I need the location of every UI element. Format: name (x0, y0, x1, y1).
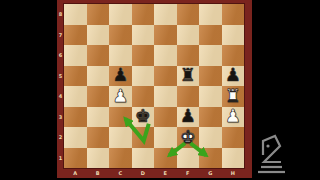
square-b1[interactable] (87, 148, 110, 169)
square-h3[interactable]: ♟ (222, 107, 245, 128)
piece-white-pawn[interactable]: ♟ (112, 87, 128, 105)
square-b8[interactable] (87, 4, 110, 25)
board-frame: ♟♜♟♟♜♚♟♟♚ 87654321 ABCDEFGH (57, 0, 252, 178)
square-a7[interactable] (64, 25, 87, 46)
square-d7[interactable] (132, 25, 155, 46)
piece-white-king[interactable]: ♚ (180, 128, 196, 146)
piece-black-king[interactable]: ♚ (135, 107, 151, 125)
rank-label-6: 6 (58, 53, 63, 58)
piece-black-pawn[interactable]: ♟ (180, 107, 196, 125)
square-g1[interactable] (199, 148, 222, 169)
square-e5[interactable] (154, 66, 177, 87)
square-e1[interactable] (154, 148, 177, 169)
rank-label-7: 7 (58, 33, 63, 38)
square-g6[interactable] (199, 45, 222, 66)
square-d6[interactable] (132, 45, 155, 66)
file-label-E: E (154, 171, 177, 176)
square-h1[interactable] (222, 148, 245, 169)
square-d2[interactable] (132, 127, 155, 148)
square-a3[interactable] (64, 107, 87, 128)
piece-black-rook[interactable]: ♜ (180, 66, 196, 84)
square-g5[interactable] (199, 66, 222, 87)
square-c1[interactable] (109, 148, 132, 169)
square-e3[interactable] (154, 107, 177, 128)
square-a8[interactable] (64, 4, 87, 25)
square-d4[interactable] (132, 86, 155, 107)
file-label-B: B (87, 171, 110, 176)
square-e4[interactable] (154, 86, 177, 107)
square-d5[interactable] (132, 66, 155, 87)
square-d3[interactable]: ♚ (132, 107, 155, 128)
square-b5[interactable] (87, 66, 110, 87)
square-c8[interactable] (109, 4, 132, 25)
rank-label-1: 1 (58, 156, 63, 161)
rank-label-5: 5 (58, 74, 63, 79)
square-f4[interactable] (177, 86, 200, 107)
file-label-A: A (64, 171, 87, 176)
square-h5[interactable]: ♟ (222, 66, 245, 87)
square-c3[interactable] (109, 107, 132, 128)
piece-white-pawn[interactable]: ♟ (225, 107, 241, 125)
square-c6[interactable] (109, 45, 132, 66)
square-g2[interactable] (199, 127, 222, 148)
file-label-C: C (109, 171, 132, 176)
piece-black-pawn[interactable]: ♟ (112, 66, 128, 84)
square-g8[interactable] (199, 4, 222, 25)
square-h4[interactable]: ♜ (222, 86, 245, 107)
square-a2[interactable] (64, 127, 87, 148)
square-g3[interactable] (199, 107, 222, 128)
square-f7[interactable] (177, 25, 200, 46)
file-label-D: D (132, 171, 155, 176)
square-f3[interactable]: ♟ (177, 107, 200, 128)
file-label-H: H (222, 171, 245, 176)
d2-monogram-logo (253, 131, 291, 179)
chess-board[interactable]: ♟♜♟♟♜♚♟♟♚ (64, 4, 244, 168)
square-e8[interactable] (154, 4, 177, 25)
square-f5[interactable]: ♜ (177, 66, 200, 87)
rank-label-8: 8 (58, 12, 63, 17)
square-f1[interactable] (177, 148, 200, 169)
square-d8[interactable] (132, 4, 155, 25)
square-b2[interactable] (87, 127, 110, 148)
rank-label-3: 3 (58, 115, 63, 120)
square-f2[interactable]: ♚ (177, 127, 200, 148)
square-h7[interactable] (222, 25, 245, 46)
square-b4[interactable] (87, 86, 110, 107)
square-b3[interactable] (87, 107, 110, 128)
square-d1[interactable] (132, 148, 155, 169)
square-h2[interactable] (222, 127, 245, 148)
piece-white-rook[interactable]: ♜ (225, 87, 241, 105)
square-b7[interactable] (87, 25, 110, 46)
square-h8[interactable] (222, 4, 245, 25)
square-e7[interactable] (154, 25, 177, 46)
square-a4[interactable] (64, 86, 87, 107)
square-f8[interactable] (177, 4, 200, 25)
square-e2[interactable] (154, 127, 177, 148)
square-c2[interactable] (109, 127, 132, 148)
square-a1[interactable] (64, 148, 87, 169)
square-c4[interactable]: ♟ (109, 86, 132, 107)
rank-label-2: 2 (58, 135, 63, 140)
square-a5[interactable] (64, 66, 87, 87)
square-a6[interactable] (64, 45, 87, 66)
file-label-F: F (177, 171, 200, 176)
rank-label-4: 4 (58, 94, 63, 99)
square-c5[interactable]: ♟ (109, 66, 132, 87)
square-g4[interactable] (199, 86, 222, 107)
square-h6[interactable] (222, 45, 245, 66)
file-label-G: G (199, 171, 222, 176)
square-f6[interactable] (177, 45, 200, 66)
square-c7[interactable] (109, 25, 132, 46)
square-b6[interactable] (87, 45, 110, 66)
square-e6[interactable] (154, 45, 177, 66)
piece-black-pawn[interactable]: ♟ (225, 66, 241, 84)
square-g7[interactable] (199, 25, 222, 46)
